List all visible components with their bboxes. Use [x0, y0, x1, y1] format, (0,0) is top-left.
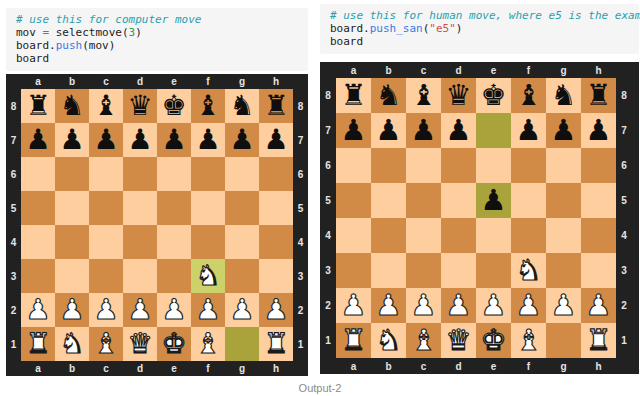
coord-file-a: a: [21, 361, 55, 376]
square-a4: [21, 225, 55, 259]
square-a6: [336, 148, 371, 183]
coord-rank-8: 8: [293, 89, 308, 123]
square-g2: ♟: [225, 293, 259, 327]
square-h2: ♟: [259, 293, 293, 327]
square-c1: ♝: [89, 327, 123, 361]
coord-file-f: f: [191, 361, 225, 376]
square-b5: [55, 191, 89, 225]
piece-white-rook-a1: ♜: [341, 326, 367, 355]
coord-rank-8: 8: [616, 78, 632, 113]
piece-black-queen-d8: ♛: [127, 92, 152, 120]
square-d7: ♟: [441, 113, 476, 148]
square-d8: ♛: [123, 89, 157, 123]
piece-white-pawn-e2: ♟: [161, 296, 186, 324]
board-margin-corner: [293, 361, 308, 376]
piece-black-knight-b8: ♞: [59, 92, 84, 120]
piece-white-pawn-h2: ♟: [263, 296, 288, 324]
code-cell-computer-move[interactable]: # use this for computer movemov = select…: [6, 8, 308, 71]
coord-file-h: h: [259, 361, 293, 376]
board-margin-corner: [616, 358, 632, 374]
square-e1: ♚: [157, 327, 191, 361]
coord-rank-6: 6: [320, 148, 336, 183]
square-h3: [581, 253, 616, 288]
chess-board-computer-move: abcdefgh8♜♞♝♛♚♝♞♜87♟♟♟♟♟♟♟♟76655443♞32♟♟…: [6, 74, 308, 376]
square-g5: [546, 183, 581, 218]
square-b3: [371, 253, 406, 288]
piece-white-bishop-c1: ♝: [93, 330, 118, 358]
piece-black-bishop-c8: ♝: [411, 81, 437, 110]
square-h6: [581, 148, 616, 183]
coord-file-e: e: [476, 358, 511, 374]
code-line: board: [16, 52, 298, 65]
piece-black-pawn-e7: ♟: [161, 126, 186, 154]
square-d5: [441, 183, 476, 218]
square-g4: [546, 218, 581, 253]
square-a4: [336, 218, 371, 253]
square-e2: ♟: [476, 288, 511, 323]
coord-rank-4: 4: [293, 225, 308, 259]
square-e7: [476, 113, 511, 148]
square-e8: ♚: [157, 89, 191, 123]
piece-black-pawn-f7: ♟: [195, 126, 220, 154]
piece-black-pawn-e5: ♟: [481, 186, 507, 215]
square-b6: [55, 157, 89, 191]
square-d5: [123, 191, 157, 225]
square-f8: ♝: [191, 89, 225, 123]
board-margin-corner: [320, 358, 336, 374]
human-move-panel: # use this for human move, where e5 is t…: [320, 4, 639, 374]
piece-black-king-e8: ♚: [161, 92, 186, 120]
chess-board-human-move: abcdefgh8♜♞♝♛♚♝♞♜87♟♟♟♟♟♟♟7665♟5443♞32♟♟…: [320, 62, 639, 374]
piece-black-pawn-b7: ♟: [376, 116, 402, 145]
square-g1: [546, 323, 581, 358]
square-c4: [406, 218, 441, 253]
piece-white-rook-a1: ♜: [25, 330, 50, 358]
square-f3: ♞: [191, 259, 225, 293]
square-b8: ♞: [55, 89, 89, 123]
square-e7: ♟: [157, 123, 191, 157]
coord-rank-5: 5: [320, 183, 336, 218]
code-cell-human-move[interactable]: # use this for human move, where e5 is t…: [320, 4, 639, 54]
piece-black-bishop-f8: ♝: [195, 92, 220, 120]
piece-white-pawn-g2: ♟: [229, 296, 254, 324]
coord-rank-8: 8: [320, 78, 336, 113]
square-f2: ♟: [191, 293, 225, 327]
piece-white-pawn-f2: ♟: [195, 296, 220, 324]
square-g4: [225, 225, 259, 259]
coord-file-a: a: [336, 62, 371, 78]
coord-rank-3: 3: [320, 253, 336, 288]
square-d7: ♟: [123, 123, 157, 157]
cell-panels: # use this for computer movemov = select…: [0, 0, 640, 376]
square-d2: ♟: [123, 293, 157, 327]
square-g3: [225, 259, 259, 293]
square-h7: ♟: [581, 113, 616, 148]
coord-rank-3: 3: [6, 259, 21, 293]
coord-file-a: a: [336, 358, 371, 374]
coord-file-c: c: [406, 62, 441, 78]
square-h8: ♜: [581, 78, 616, 113]
piece-black-pawn-g7: ♟: [229, 126, 254, 154]
square-d6: [441, 148, 476, 183]
coord-rank-2: 2: [293, 293, 308, 327]
square-h6: [259, 157, 293, 191]
square-c7: ♟: [406, 113, 441, 148]
square-e3: [476, 253, 511, 288]
piece-white-queen-d1: ♛: [446, 326, 472, 355]
coord-rank-1: 1: [616, 323, 632, 358]
piece-black-rook-h8: ♜: [263, 92, 288, 120]
coord-file-f: f: [511, 62, 546, 78]
piece-white-knight-f3: ♞: [516, 256, 542, 285]
piece-black-pawn-f7: ♟: [516, 116, 542, 145]
square-d1: ♛: [441, 323, 476, 358]
square-a3: [21, 259, 55, 293]
code-line: # use this for computer move: [16, 13, 298, 26]
square-a1: ♜: [336, 323, 371, 358]
square-h2: ♟: [581, 288, 616, 323]
piece-black-rook-h8: ♜: [586, 81, 612, 110]
square-g7: ♟: [225, 123, 259, 157]
coord-file-b: b: [55, 74, 89, 89]
square-f7: ♟: [511, 113, 546, 148]
computer-move-panel: # use this for computer movemov = select…: [6, 8, 308, 376]
square-b7: ♟: [55, 123, 89, 157]
piece-black-pawn-h7: ♟: [586, 116, 612, 145]
square-a7: ♟: [21, 123, 55, 157]
coord-rank-2: 2: [320, 288, 336, 323]
square-e6: [476, 148, 511, 183]
square-c1: ♝: [406, 323, 441, 358]
square-f2: ♟: [511, 288, 546, 323]
square-b2: ♟: [55, 293, 89, 327]
square-e8: ♚: [476, 78, 511, 113]
square-d2: ♟: [441, 288, 476, 323]
square-g6: [546, 148, 581, 183]
piece-white-knight-b1: ♞: [376, 326, 402, 355]
square-g7: ♟: [546, 113, 581, 148]
square-g3: [546, 253, 581, 288]
piece-black-pawn-a7: ♟: [341, 116, 367, 145]
piece-white-knight-f3: ♞: [195, 262, 220, 290]
code-line: mov = selectmove(3): [16, 26, 298, 39]
square-b6: [371, 148, 406, 183]
square-b7: ♟: [371, 113, 406, 148]
coord-file-c: c: [89, 74, 123, 89]
piece-white-pawn-c2: ♟: [93, 296, 118, 324]
piece-black-pawn-g7: ♟: [551, 116, 577, 145]
coord-rank-8: 8: [6, 89, 21, 123]
piece-white-pawn-b2: ♟: [376, 291, 402, 320]
piece-white-bishop-c1: ♝: [411, 326, 437, 355]
square-h1: ♜: [581, 323, 616, 358]
piece-white-queen-d1: ♛: [127, 330, 152, 358]
piece-black-queen-d8: ♛: [446, 81, 472, 110]
piece-black-pawn-c7: ♟: [93, 126, 118, 154]
coord-rank-2: 2: [6, 293, 21, 327]
piece-black-pawn-d7: ♟: [446, 116, 472, 145]
piece-black-bishop-c8: ♝: [93, 92, 118, 120]
square-g5: [225, 191, 259, 225]
square-d3: [441, 253, 476, 288]
coord-rank-3: 3: [293, 259, 308, 293]
square-g1: [225, 327, 259, 361]
square-g2: ♟: [546, 288, 581, 323]
code-line: board.push(mov): [16, 39, 298, 52]
square-b3: [55, 259, 89, 293]
piece-black-knight-g8: ♞: [229, 92, 254, 120]
piece-white-knight-b1: ♞: [59, 330, 84, 358]
piece-white-bishop-f1: ♝: [516, 326, 542, 355]
square-b2: ♟: [371, 288, 406, 323]
piece-black-pawn-b7: ♟: [59, 126, 84, 154]
square-e4: [157, 225, 191, 259]
square-g8: ♞: [546, 78, 581, 113]
square-f4: [511, 218, 546, 253]
square-c3: [406, 253, 441, 288]
coord-file-h: h: [259, 74, 293, 89]
square-g6: [225, 157, 259, 191]
coord-file-c: c: [406, 358, 441, 374]
coord-file-d: d: [441, 358, 476, 374]
square-d1: ♛: [123, 327, 157, 361]
square-b8: ♞: [371, 78, 406, 113]
square-a6: [21, 157, 55, 191]
piece-white-pawn-c2: ♟: [411, 291, 437, 320]
coord-file-b: b: [371, 62, 406, 78]
coord-file-e: e: [157, 74, 191, 89]
square-a8: ♜: [21, 89, 55, 123]
piece-white-pawn-a2: ♟: [341, 291, 367, 320]
square-f7: ♟: [191, 123, 225, 157]
square-f3: ♞: [511, 253, 546, 288]
square-b1: ♞: [55, 327, 89, 361]
piece-white-bishop-f1: ♝: [195, 330, 220, 358]
square-f1: ♝: [191, 327, 225, 361]
piece-black-king-e8: ♚: [481, 81, 507, 110]
coord-file-h: h: [581, 358, 616, 374]
code-line: board: [330, 35, 629, 48]
coord-file-a: a: [21, 74, 55, 89]
square-a8: ♜: [336, 78, 371, 113]
square-e1: ♚: [476, 323, 511, 358]
piece-white-pawn-e2: ♟: [481, 291, 507, 320]
piece-white-pawn-g2: ♟: [551, 291, 577, 320]
square-d4: [441, 218, 476, 253]
square-f4: [191, 225, 225, 259]
board-margin-corner: [6, 361, 21, 376]
square-b4: [371, 218, 406, 253]
piece-white-rook-h1: ♜: [586, 326, 612, 355]
piece-white-king-e1: ♚: [481, 326, 507, 355]
coord-rank-4: 4: [6, 225, 21, 259]
square-d4: [123, 225, 157, 259]
square-h1: ♜: [259, 327, 293, 361]
square-e6: [157, 157, 191, 191]
square-c8: ♝: [89, 89, 123, 123]
coord-file-h: h: [581, 62, 616, 78]
piece-white-pawn-b2: ♟: [59, 296, 84, 324]
square-c2: ♟: [89, 293, 123, 327]
piece-black-pawn-h7: ♟: [263, 126, 288, 154]
code-line: # use this for human move, where e5 is t…: [330, 9, 629, 22]
coord-rank-7: 7: [6, 123, 21, 157]
square-a1: ♜: [21, 327, 55, 361]
square-c8: ♝: [406, 78, 441, 113]
piece-white-rook-h1: ♜: [263, 330, 288, 358]
square-a2: ♟: [21, 293, 55, 327]
coord-rank-7: 7: [320, 113, 336, 148]
piece-black-knight-g8: ♞: [551, 81, 577, 110]
square-d6: [123, 157, 157, 191]
coord-rank-1: 1: [293, 327, 308, 361]
square-b5: [371, 183, 406, 218]
square-f6: [191, 157, 225, 191]
piece-black-knight-b8: ♞: [376, 81, 402, 110]
square-c7: ♟: [89, 123, 123, 157]
square-a7: ♟: [336, 113, 371, 148]
square-e5: ♟: [476, 183, 511, 218]
coord-rank-6: 6: [293, 157, 308, 191]
coord-file-g: g: [225, 361, 259, 376]
square-f6: [511, 148, 546, 183]
square-b4: [55, 225, 89, 259]
output-caption: Output-2: [0, 382, 640, 394]
coord-rank-6: 6: [616, 148, 632, 183]
square-a5: [21, 191, 55, 225]
coord-rank-3: 3: [616, 253, 632, 288]
square-e2: ♟: [157, 293, 191, 327]
square-c6: [406, 148, 441, 183]
square-a5: [336, 183, 371, 218]
coord-rank-5: 5: [6, 191, 21, 225]
board-margin-corner: [320, 62, 336, 78]
coord-rank-6: 6: [6, 157, 21, 191]
square-g8: ♞: [225, 89, 259, 123]
piece-white-pawn-d2: ♟: [127, 296, 152, 324]
square-h7: ♟: [259, 123, 293, 157]
coord-file-g: g: [546, 358, 581, 374]
coord-file-b: b: [55, 361, 89, 376]
notebook-output-page: # use this for computer movemov = select…: [0, 0, 640, 396]
coord-file-c: c: [89, 361, 123, 376]
coord-rank-7: 7: [616, 113, 632, 148]
square-f8: ♝: [511, 78, 546, 113]
square-e5: [157, 191, 191, 225]
coord-rank-5: 5: [616, 183, 632, 218]
coord-file-b: b: [371, 358, 406, 374]
piece-white-pawn-d2: ♟: [446, 291, 472, 320]
piece-black-rook-a8: ♜: [25, 92, 50, 120]
square-a3: [336, 253, 371, 288]
coord-file-f: f: [191, 74, 225, 89]
square-h3: [259, 259, 293, 293]
square-c3: [89, 259, 123, 293]
coord-rank-5: 5: [293, 191, 308, 225]
coord-file-g: g: [546, 62, 581, 78]
square-h4: [581, 218, 616, 253]
coord-rank-4: 4: [616, 218, 632, 253]
square-e3: [157, 259, 191, 293]
square-a2: ♟: [336, 288, 371, 323]
coord-file-f: f: [511, 358, 546, 374]
coord-file-e: e: [157, 361, 191, 376]
code-line: board.push_san("e5"): [330, 22, 629, 35]
coord-rank-1: 1: [320, 323, 336, 358]
square-c5: [89, 191, 123, 225]
square-f1: ♝: [511, 323, 546, 358]
coord-file-e: e: [476, 62, 511, 78]
coord-file-d: d: [123, 361, 157, 376]
square-b1: ♞: [371, 323, 406, 358]
board-margin-corner: [293, 74, 308, 89]
board-margin-corner: [616, 62, 632, 78]
coord-file-d: d: [123, 74, 157, 89]
coord-rank-2: 2: [616, 288, 632, 323]
coord-file-g: g: [225, 74, 259, 89]
piece-white-pawn-f2: ♟: [516, 291, 542, 320]
piece-black-rook-a8: ♜: [341, 81, 367, 110]
square-f5: [511, 183, 546, 218]
piece-white-pawn-h2: ♟: [586, 291, 612, 320]
square-h5: [581, 183, 616, 218]
piece-black-pawn-a7: ♟: [25, 126, 50, 154]
square-d3: [123, 259, 157, 293]
piece-white-king-e1: ♚: [161, 330, 186, 358]
piece-white-pawn-a2: ♟: [25, 296, 50, 324]
square-c2: ♟: [406, 288, 441, 323]
square-h4: [259, 225, 293, 259]
coord-file-d: d: [441, 62, 476, 78]
square-c5: [406, 183, 441, 218]
square-c4: [89, 225, 123, 259]
piece-black-bishop-f8: ♝: [516, 81, 542, 110]
coord-rank-4: 4: [320, 218, 336, 253]
square-h8: ♜: [259, 89, 293, 123]
board-margin-corner: [6, 74, 21, 89]
piece-black-pawn-c7: ♟: [411, 116, 437, 145]
square-d8: ♛: [441, 78, 476, 113]
square-e4: [476, 218, 511, 253]
square-h5: [259, 191, 293, 225]
square-c6: [89, 157, 123, 191]
square-f5: [191, 191, 225, 225]
coord-rank-7: 7: [293, 123, 308, 157]
piece-black-pawn-d7: ♟: [127, 126, 152, 154]
coord-rank-1: 1: [6, 327, 21, 361]
